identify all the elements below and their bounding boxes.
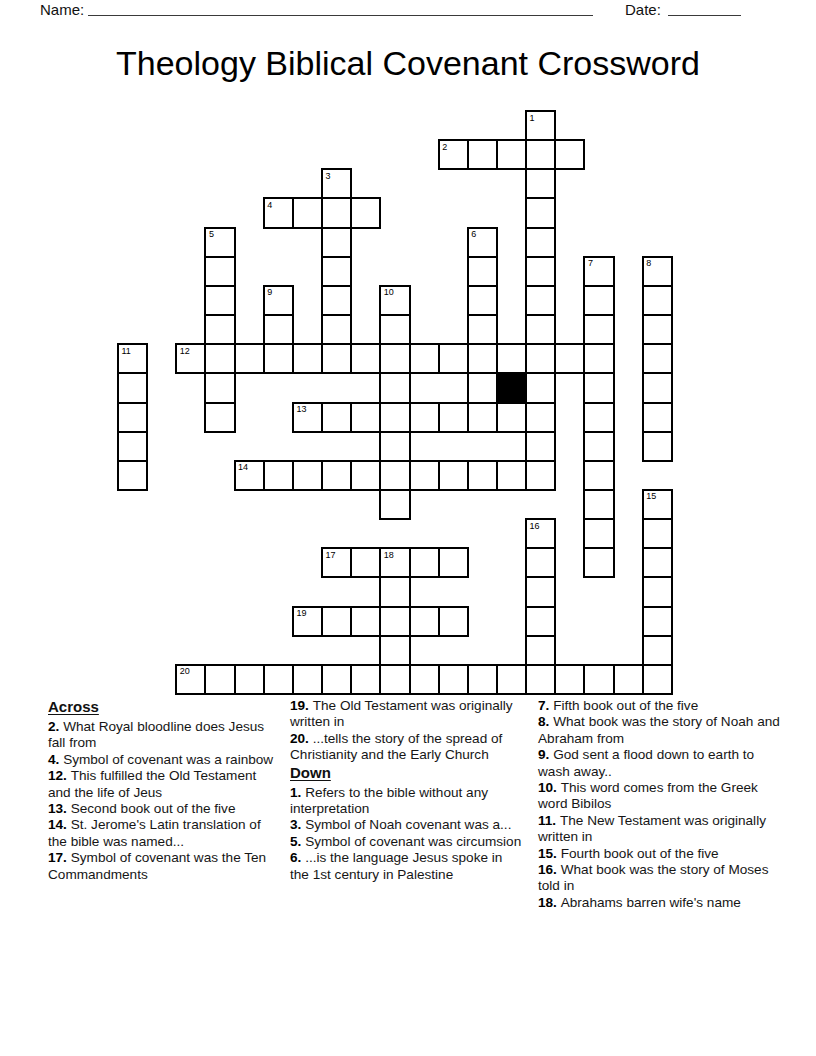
grid-cell[interactable]: [467, 256, 498, 287]
clue: 14. St. Jerome's Latin translation of th…: [48, 817, 281, 850]
clue-number: 11.: [538, 813, 560, 828]
grid-cell[interactable]: [642, 518, 673, 549]
cell-number: 8: [646, 258, 651, 268]
clue-column-3: 7. Fifth book out of the five8. What boo…: [538, 698, 780, 911]
page-title: Theology Biblical Covenant Crossword: [0, 44, 816, 83]
clue-number: 20.: [290, 731, 313, 746]
grid-cell[interactable]: [642, 343, 673, 374]
grid-cell[interactable]: 12: [175, 343, 206, 374]
grid-cell[interactable]: [642, 606, 673, 637]
grid-cell[interactable]: [554, 343, 585, 374]
grid-cell[interactable]: [292, 460, 323, 491]
grid-cell[interactable]: 6: [467, 227, 498, 258]
clue-number: 7.: [538, 698, 553, 713]
grid-cell[interactable]: [204, 285, 235, 316]
clue: 7. Fifth book out of the five: [538, 698, 780, 714]
clue: 15. Fourth book out of the five: [538, 846, 780, 862]
grid-cell[interactable]: [204, 314, 235, 345]
grid-cell[interactable]: [263, 314, 294, 345]
grid-cell[interactable]: [379, 664, 410, 695]
clue: 6. ...is the language Jesus spoke in the…: [290, 850, 523, 883]
grid-cell[interactable]: [525, 460, 556, 491]
grid-cell[interactable]: [467, 372, 498, 403]
grid-cell[interactable]: [525, 256, 556, 287]
grid-cell[interactable]: 7: [583, 256, 614, 287]
grid-cell[interactable]: [234, 664, 265, 695]
grid-cell[interactable]: [554, 664, 585, 695]
grid-cell[interactable]: [583, 460, 614, 491]
clue: 4. Symbol of covenant was a rainbow: [48, 752, 281, 768]
grid-cell[interactable]: [379, 314, 410, 345]
cell-number: 1: [530, 113, 535, 123]
grid-cell[interactable]: [379, 576, 410, 607]
grid-cell[interactable]: [438, 460, 469, 491]
grid-cell[interactable]: [204, 664, 235, 695]
grid-cell[interactable]: 4: [263, 197, 294, 228]
grid-cell[interactable]: [583, 372, 614, 403]
grid-cell[interactable]: [525, 197, 556, 228]
grid-cell[interactable]: 19: [292, 606, 323, 637]
cell-number: 2: [442, 142, 447, 152]
grid-cell[interactable]: [117, 402, 148, 433]
cell-number: 20: [180, 666, 190, 676]
cell-number: 3: [326, 171, 331, 181]
grid-cell[interactable]: [409, 402, 440, 433]
grid-cell[interactable]: [642, 431, 673, 462]
clue-number: 10.: [538, 780, 561, 795]
grid-cell[interactable]: 5: [204, 227, 235, 258]
grid-cell[interactable]: [321, 343, 352, 374]
worksheet-page: { "header": { "name_label": "Name:", "da…: [0, 0, 816, 1056]
grid-cell[interactable]: 13: [292, 402, 323, 433]
grid-cell[interactable]: 9: [263, 285, 294, 316]
grid-cell[interactable]: [583, 343, 614, 374]
cell-number: 14: [238, 462, 248, 472]
grid-cell[interactable]: [350, 460, 381, 491]
grid-cell[interactable]: [583, 547, 614, 578]
grid-cell[interactable]: [204, 372, 235, 403]
grid-cell[interactable]: [642, 285, 673, 316]
date-blank-line[interactable]: [668, 15, 741, 16]
cell-number: 13: [296, 404, 306, 414]
clue-number: 14.: [48, 817, 71, 832]
grid-cell[interactable]: [438, 606, 469, 637]
date-label: Date:: [625, 1, 661, 18]
grid-cell[interactable]: [496, 139, 527, 170]
clue: 16. What book was the story of Moses tol…: [538, 862, 780, 895]
crossword-grid: 1234567891011121314151617181920: [117, 110, 671, 693]
grid-cell[interactable]: 18: [379, 547, 410, 578]
cell-number: 16: [530, 521, 540, 531]
clue-number: 18.: [538, 895, 561, 910]
grid-cell[interactable]: [642, 635, 673, 666]
clue: 11. The New Testament was originally wri…: [538, 813, 780, 846]
grid-cell[interactable]: [583, 431, 614, 462]
grid-cell[interactable]: [292, 664, 323, 695]
grid-cell[interactable]: [525, 285, 556, 316]
grid-cell[interactable]: [496, 343, 527, 374]
clue: 10. This word comes from the Greek word …: [538, 780, 780, 813]
grid-cell[interactable]: [642, 547, 673, 578]
grid-cell[interactable]: [642, 402, 673, 433]
cell-number: 19: [296, 608, 306, 618]
clue-number: 15.: [538, 846, 561, 861]
clue-number: 13.: [48, 801, 71, 816]
grid-cell[interactable]: [350, 547, 381, 578]
clue-number: 6.: [290, 850, 305, 865]
grid-cell[interactable]: [642, 314, 673, 345]
clue-number: 17.: [48, 850, 71, 865]
cell-number: 9: [267, 287, 272, 297]
clue: 17. Symbol of covenant was the Ten Comma…: [48, 850, 281, 883]
grid-cell[interactable]: [117, 431, 148, 462]
grid-cell[interactable]: 15: [642, 489, 673, 520]
name-label: Name:: [40, 1, 84, 18]
clue: 8. What book was the story of Noah and A…: [538, 714, 780, 747]
grid-cell[interactable]: [496, 402, 527, 433]
grid-cell[interactable]: [204, 343, 235, 374]
clue-number: 16.: [538, 862, 561, 877]
grid-cell[interactable]: [525, 139, 556, 170]
grid-cell[interactable]: [204, 256, 235, 287]
clue-column-1: Across2. What Royal bloodline does Jesus…: [48, 698, 281, 883]
cell-number: 6: [471, 229, 476, 239]
grid-cell[interactable]: 2: [438, 139, 469, 170]
clue: 9. God sent a flood down to earth to was…: [538, 747, 780, 780]
grid-cell[interactable]: [467, 460, 498, 491]
grid-cell[interactable]: [234, 343, 265, 374]
grid-cell[interactable]: [583, 402, 614, 433]
grid-cell[interactable]: [467, 285, 498, 316]
grid-cell[interactable]: [613, 664, 644, 695]
grid-cell[interactable]: [379, 489, 410, 520]
grid-cell[interactable]: [525, 314, 556, 345]
grid-cell[interactable]: [525, 635, 556, 666]
grid-cell[interactable]: [438, 664, 469, 695]
grid-cell[interactable]: [525, 227, 556, 258]
grid-cell[interactable]: 20: [175, 664, 206, 695]
cell-number: 11: [122, 346, 131, 356]
grid-cell[interactable]: [467, 402, 498, 433]
grid-cell[interactable]: [379, 460, 410, 491]
grid-cell[interactable]: [321, 314, 352, 345]
grid-cell[interactable]: [409, 664, 440, 695]
grid-cell[interactable]: [525, 402, 556, 433]
grid-cell[interactable]: [642, 576, 673, 607]
black-cell: [496, 372, 527, 403]
grid-cell[interactable]: [409, 606, 440, 637]
grid-cell[interactable]: [583, 518, 614, 549]
grid-cell[interactable]: [525, 606, 556, 637]
grid-cell[interactable]: [409, 547, 440, 578]
grid-cell[interactable]: [350, 664, 381, 695]
clue: 12. This fulfilled the Old Testament and…: [48, 768, 281, 801]
clue-number: 19.: [290, 698, 313, 713]
cell-number: 17: [326, 550, 336, 560]
grid-cell[interactable]: [321, 402, 352, 433]
name-blank-line[interactable]: [88, 15, 593, 16]
grid-cell[interactable]: [321, 227, 352, 258]
grid-cell[interactable]: 16: [525, 518, 556, 549]
clue: 19. The Old Testament was originally wri…: [290, 698, 523, 731]
clue-number: 8.: [538, 714, 553, 729]
grid-cell[interactable]: [117, 372, 148, 403]
grid-cell[interactable]: 10: [379, 285, 410, 316]
grid-cell[interactable]: [350, 197, 381, 228]
grid-cell[interactable]: [525, 547, 556, 578]
clue: 2. What Royal bloodline does Jesus fall …: [48, 719, 281, 752]
grid-cell[interactable]: [525, 576, 556, 607]
grid-cell[interactable]: [263, 343, 294, 374]
grid-cell[interactable]: [583, 314, 614, 345]
clue-column-2: 19. The Old Testament was originally wri…: [290, 698, 523, 883]
grid-cell[interactable]: [379, 431, 410, 462]
grid-cell[interactable]: [525, 343, 556, 374]
clue-number: 9.: [538, 747, 553, 762]
clues-section-heading: Down: [290, 764, 523, 781]
grid-cell[interactable]: [321, 664, 352, 695]
grid-cell[interactable]: [321, 285, 352, 316]
grid-cell[interactable]: [321, 197, 352, 228]
grid-cell[interactable]: [379, 372, 410, 403]
grid-cell[interactable]: [204, 402, 235, 433]
cell-number: 12: [180, 346, 190, 356]
grid-cell[interactable]: [379, 402, 410, 433]
clues-section-heading: Across: [48, 698, 281, 715]
grid-cell[interactable]: [642, 664, 673, 695]
clue-number: 5.: [290, 834, 305, 849]
grid-cell[interactable]: [263, 460, 294, 491]
clue: 18. Abrahams barren wife's name: [538, 895, 780, 911]
grid-cell[interactable]: [321, 460, 352, 491]
grid-cell[interactable]: 1: [525, 110, 556, 141]
grid-cell[interactable]: [438, 547, 469, 578]
grid-cell[interactable]: [496, 460, 527, 491]
grid-cell[interactable]: [292, 343, 323, 374]
grid-cell[interactable]: [496, 664, 527, 695]
grid-cell[interactable]: [117, 460, 148, 491]
cell-number: 10: [384, 287, 394, 297]
grid-cell[interactable]: [379, 635, 410, 666]
grid-cell[interactable]: [438, 343, 469, 374]
clue-number: 2.: [48, 719, 63, 734]
cell-number: 18: [384, 550, 394, 560]
cell-number: 4: [267, 200, 272, 210]
clue: 5. Symbol of covenant was circumsion: [290, 834, 523, 850]
cell-number: 15: [646, 491, 656, 501]
grid-cell[interactable]: 3: [321, 168, 352, 199]
grid-cell[interactable]: [350, 402, 381, 433]
grid-cell[interactable]: [467, 343, 498, 374]
clue: 3. Symbol of Noah covenant was a...: [290, 817, 523, 833]
grid-cell[interactable]: [350, 606, 381, 637]
clue: 1. Refers to the bible without any inter…: [290, 785, 523, 818]
grid-cell[interactable]: 17: [321, 547, 352, 578]
grid-cell[interactable]: 8: [642, 256, 673, 287]
clue-number: 3.: [290, 817, 305, 832]
grid-cell[interactable]: [467, 314, 498, 345]
grid-cell[interactable]: [554, 139, 585, 170]
cell-number: 5: [209, 229, 214, 239]
grid-cell[interactable]: [525, 664, 556, 695]
grid-cell[interactable]: [409, 460, 440, 491]
grid-cell[interactable]: [438, 402, 469, 433]
grid-cell[interactable]: [321, 256, 352, 287]
grid-cell[interactable]: [525, 372, 556, 403]
grid-cell[interactable]: [583, 664, 614, 695]
grid-cell[interactable]: [379, 606, 410, 637]
grid-cell[interactable]: [350, 343, 381, 374]
grid-cell[interactable]: [292, 197, 323, 228]
grid-cell[interactable]: [409, 343, 440, 374]
grid-cell[interactable]: [263, 664, 294, 695]
clue-number: 4.: [48, 752, 63, 767]
grid-cell[interactable]: [321, 606, 352, 637]
grid-cell[interactable]: [379, 343, 410, 374]
grid-cell[interactable]: [467, 664, 498, 695]
grid-cell[interactable]: [583, 489, 614, 520]
clue: 20. ...tells the story of the spread of …: [290, 731, 523, 764]
grid-cell[interactable]: 11: [117, 343, 148, 374]
grid-cell[interactable]: [525, 431, 556, 462]
grid-cell[interactable]: [525, 168, 556, 199]
clue-number: 1.: [290, 785, 305, 800]
grid-cell[interactable]: [583, 285, 614, 316]
clue: 13. Second book out of the five: [48, 801, 281, 817]
grid-cell[interactable]: [642, 372, 673, 403]
grid-cell[interactable]: [467, 139, 498, 170]
grid-cell[interactable]: 14: [234, 460, 265, 491]
cell-number: 7: [588, 258, 593, 268]
clue-number: 12.: [48, 768, 71, 783]
